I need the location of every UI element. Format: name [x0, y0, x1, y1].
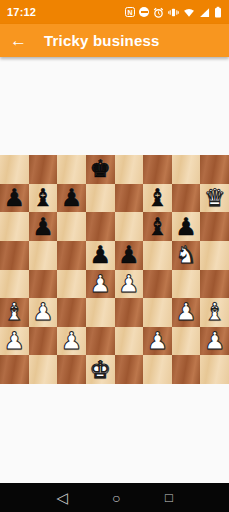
square-a4[interactable]	[0, 270, 29, 299]
piece-white-king: ♚	[89, 358, 111, 382]
square-b3[interactable]: ♟	[29, 298, 58, 327]
square-e3[interactable]	[115, 298, 144, 327]
square-d2[interactable]	[86, 327, 115, 356]
square-g2[interactable]	[172, 327, 201, 356]
piece-white-pawn: ♟	[118, 272, 140, 296]
square-f8[interactable]	[143, 155, 172, 184]
piece-white-pawn: ♟	[32, 300, 54, 324]
square-d1[interactable]: ♚	[86, 355, 115, 384]
square-f3[interactable]	[143, 298, 172, 327]
piece-black-pawn: ♟	[32, 215, 54, 239]
chess-board: ♚♟♝♟♝♛♟♝♟♟♟♞♟♟♝♟♟♝♟♟♟♟♚	[0, 155, 229, 384]
square-f5[interactable]	[143, 241, 172, 270]
piece-white-pawn: ♟	[89, 272, 111, 296]
nav-home-icon[interactable]: ○	[112, 491, 120, 505]
square-f7[interactable]: ♝	[143, 184, 172, 213]
battery-icon	[214, 6, 222, 18]
piece-black-pawn: ♟	[4, 186, 26, 210]
piece-black-bishop: ♝	[32, 186, 54, 210]
piece-white-knight: ♞	[175, 243, 197, 267]
alarm-icon	[153, 7, 164, 18]
square-h3[interactable]: ♝	[200, 298, 229, 327]
android-nav-bar: ◁ ○ □	[0, 483, 229, 512]
square-g5[interactable]: ♞	[172, 241, 201, 270]
square-b4[interactable]	[29, 270, 58, 299]
square-h8[interactable]	[200, 155, 229, 184]
square-e6[interactable]	[115, 212, 144, 241]
status-icons: N	[125, 6, 222, 18]
square-a3[interactable]: ♝	[0, 298, 29, 327]
square-g4[interactable]	[172, 270, 201, 299]
back-arrow-icon[interactable]: ←	[10, 32, 30, 49]
square-h2[interactable]: ♟	[200, 327, 229, 356]
square-a7[interactable]: ♟	[0, 184, 29, 213]
phone-screen: 17:12 N ←	[0, 0, 229, 512]
piece-black-bishop: ♝	[147, 215, 169, 239]
piece-white-bishop: ♝	[4, 300, 26, 324]
square-b6[interactable]: ♟	[29, 212, 58, 241]
square-d4[interactable]: ♟	[86, 270, 115, 299]
page-title: Tricky business	[44, 32, 160, 49]
square-g7[interactable]	[172, 184, 201, 213]
square-d6[interactable]	[86, 212, 115, 241]
piece-black-pawn: ♟	[89, 243, 111, 267]
piece-white-pawn: ♟	[175, 300, 197, 324]
piece-white-pawn: ♟	[61, 329, 83, 353]
square-b2[interactable]	[29, 327, 58, 356]
piece-white-pawn: ♟	[204, 329, 226, 353]
status-bar: 17:12 N	[0, 0, 229, 24]
square-h7[interactable]: ♛	[200, 184, 229, 213]
square-h4[interactable]	[200, 270, 229, 299]
square-c2[interactable]: ♟	[57, 327, 86, 356]
wifi-icon	[183, 7, 195, 18]
square-h6[interactable]	[200, 212, 229, 241]
square-e4[interactable]: ♟	[115, 270, 144, 299]
square-f6[interactable]: ♝	[143, 212, 172, 241]
piece-black-bishop: ♝	[147, 186, 169, 210]
square-e2[interactable]	[115, 327, 144, 356]
square-d8[interactable]: ♚	[86, 155, 115, 184]
nav-recents-icon[interactable]: □	[165, 491, 173, 504]
piece-black-pawn: ♟	[175, 215, 197, 239]
square-e7[interactable]	[115, 184, 144, 213]
piece-white-pawn: ♟	[147, 329, 169, 353]
piece-white-bishop: ♝	[204, 300, 226, 324]
square-d7[interactable]	[86, 184, 115, 213]
square-h1[interactable]	[200, 355, 229, 384]
square-c3[interactable]	[57, 298, 86, 327]
piece-white-queen: ♛	[204, 186, 226, 210]
square-b1[interactable]	[29, 355, 58, 384]
square-f4[interactable]	[143, 270, 172, 299]
nav-back-icon[interactable]: ◁	[56, 490, 68, 505]
square-g1[interactable]	[172, 355, 201, 384]
do-not-disturb-icon	[139, 7, 149, 17]
square-b8[interactable]	[29, 155, 58, 184]
square-g8[interactable]	[172, 155, 201, 184]
square-f2[interactable]: ♟	[143, 327, 172, 356]
vibrate-icon	[168, 7, 179, 18]
clock-text: 17:12	[7, 6, 36, 18]
piece-black-pawn: ♟	[118, 243, 140, 267]
square-c6[interactable]	[57, 212, 86, 241]
square-g6[interactable]: ♟	[172, 212, 201, 241]
square-e5[interactable]: ♟	[115, 241, 144, 270]
square-c4[interactable]	[57, 270, 86, 299]
nfc-icon: N	[125, 7, 135, 17]
square-c1[interactable]	[57, 355, 86, 384]
signal-icon	[199, 7, 210, 18]
app-bar: ← Tricky business	[0, 24, 229, 57]
square-b7[interactable]: ♝	[29, 184, 58, 213]
square-b5[interactable]	[29, 241, 58, 270]
square-a2[interactable]: ♟	[0, 327, 29, 356]
square-c5[interactable]	[57, 241, 86, 270]
square-a8[interactable]	[0, 155, 29, 184]
square-c7[interactable]: ♟	[57, 184, 86, 213]
piece-black-king: ♚	[89, 157, 111, 181]
piece-white-pawn: ♟	[4, 329, 26, 353]
square-d3[interactable]	[86, 298, 115, 327]
piece-black-pawn: ♟	[61, 186, 83, 210]
square-a1[interactable]	[0, 355, 29, 384]
square-h5[interactable]	[200, 241, 229, 270]
square-g3[interactable]: ♟	[172, 298, 201, 327]
square-a6[interactable]	[0, 212, 29, 241]
square-c8[interactable]	[57, 155, 86, 184]
square-d5[interactable]: ♟	[86, 241, 115, 270]
square-e1[interactable]	[115, 355, 144, 384]
square-f1[interactable]	[143, 355, 172, 384]
square-e8[interactable]	[115, 155, 144, 184]
square-a5[interactable]	[0, 241, 29, 270]
